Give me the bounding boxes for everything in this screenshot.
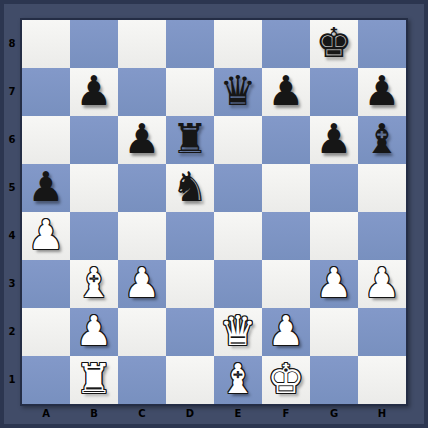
black-pawn[interactable]: ♟	[70, 68, 118, 116]
square-d4[interactable]	[166, 212, 214, 260]
file-label-e: E	[214, 406, 262, 422]
square-h8[interactable]	[358, 20, 406, 68]
square-f6[interactable]	[262, 116, 310, 164]
white-pawn[interactable]: ♟	[22, 212, 70, 260]
square-e7[interactable]: ♛	[214, 68, 262, 116]
black-queen[interactable]: ♛	[214, 68, 262, 116]
white-pawn[interactable]: ♟	[310, 260, 358, 308]
square-d8[interactable]	[166, 20, 214, 68]
black-knight[interactable]: ♞	[166, 164, 214, 212]
square-c6[interactable]: ♟	[118, 116, 166, 164]
black-pawn[interactable]: ♟	[262, 68, 310, 116]
rank-label-2: 2	[4, 308, 20, 356]
square-f3[interactable]	[262, 260, 310, 308]
chessboard-frame: 87654321 ♚♟♛♟♟♟♜♟♝♟♞♟♝♟♟♟♟♛♟♜♝♚ ABCDEFGH	[0, 0, 428, 428]
square-c5[interactable]	[118, 164, 166, 212]
square-h5[interactable]	[358, 164, 406, 212]
square-f1[interactable]: ♚	[262, 356, 310, 404]
rank-labels: 87654321	[4, 20, 20, 404]
square-b3[interactable]: ♝	[70, 260, 118, 308]
black-bishop[interactable]: ♝	[358, 116, 406, 164]
file-label-h: H	[358, 406, 406, 422]
square-h3[interactable]: ♟	[358, 260, 406, 308]
square-a8[interactable]	[22, 20, 70, 68]
square-e5[interactable]	[214, 164, 262, 212]
white-king[interactable]: ♚	[262, 356, 310, 404]
square-g8[interactable]: ♚	[310, 20, 358, 68]
square-b8[interactable]	[70, 20, 118, 68]
square-g5[interactable]	[310, 164, 358, 212]
square-f8[interactable]	[262, 20, 310, 68]
square-g3[interactable]: ♟	[310, 260, 358, 308]
square-b4[interactable]	[70, 212, 118, 260]
file-label-d: D	[166, 406, 214, 422]
square-c7[interactable]	[118, 68, 166, 116]
square-d3[interactable]	[166, 260, 214, 308]
square-c2[interactable]	[118, 308, 166, 356]
white-pawn[interactable]: ♟	[70, 308, 118, 356]
black-rook[interactable]: ♜	[166, 116, 214, 164]
file-label-g: G	[310, 406, 358, 422]
square-c8[interactable]	[118, 20, 166, 68]
black-pawn[interactable]: ♟	[118, 116, 166, 164]
rank-label-5: 5	[4, 164, 20, 212]
white-pawn[interactable]: ♟	[358, 260, 406, 308]
square-h4[interactable]	[358, 212, 406, 260]
square-e3[interactable]	[214, 260, 262, 308]
black-pawn[interactable]: ♟	[22, 164, 70, 212]
file-label-a: A	[22, 406, 70, 422]
square-b1[interactable]: ♜	[70, 356, 118, 404]
square-e4[interactable]	[214, 212, 262, 260]
square-a3[interactable]	[22, 260, 70, 308]
square-e8[interactable]	[214, 20, 262, 68]
square-h6[interactable]: ♝	[358, 116, 406, 164]
file-label-c: C	[118, 406, 166, 422]
square-h2[interactable]	[358, 308, 406, 356]
square-a1[interactable]	[22, 356, 70, 404]
square-e1[interactable]: ♝	[214, 356, 262, 404]
square-b7[interactable]: ♟	[70, 68, 118, 116]
rank-label-8: 8	[4, 20, 20, 68]
square-d5[interactable]: ♞	[166, 164, 214, 212]
square-f4[interactable]	[262, 212, 310, 260]
square-h1[interactable]	[358, 356, 406, 404]
square-a7[interactable]	[22, 68, 70, 116]
square-f2[interactable]: ♟	[262, 308, 310, 356]
file-labels: ABCDEFGH	[22, 406, 406, 422]
white-pawn[interactable]: ♟	[118, 260, 166, 308]
file-label-f: F	[262, 406, 310, 422]
square-e6[interactable]	[214, 116, 262, 164]
square-b6[interactable]	[70, 116, 118, 164]
black-pawn[interactable]: ♟	[310, 116, 358, 164]
square-c1[interactable]	[118, 356, 166, 404]
square-d2[interactable]	[166, 308, 214, 356]
square-c4[interactable]	[118, 212, 166, 260]
white-bishop[interactable]: ♝	[214, 356, 262, 404]
square-f5[interactable]	[262, 164, 310, 212]
square-g4[interactable]	[310, 212, 358, 260]
white-bishop[interactable]: ♝	[70, 260, 118, 308]
rank-label-7: 7	[4, 68, 20, 116]
rank-label-4: 4	[4, 212, 20, 260]
square-f7[interactable]: ♟	[262, 68, 310, 116]
black-king[interactable]: ♚	[310, 20, 358, 68]
square-b5[interactable]	[70, 164, 118, 212]
square-g2[interactable]	[310, 308, 358, 356]
square-e2[interactable]: ♛	[214, 308, 262, 356]
square-a2[interactable]	[22, 308, 70, 356]
rank-label-1: 1	[4, 356, 20, 404]
square-c3[interactable]: ♟	[118, 260, 166, 308]
square-a4[interactable]: ♟	[22, 212, 70, 260]
black-pawn[interactable]: ♟	[358, 68, 406, 116]
square-g1[interactable]	[310, 356, 358, 404]
square-a5[interactable]: ♟	[22, 164, 70, 212]
square-d6[interactable]: ♜	[166, 116, 214, 164]
square-d1[interactable]	[166, 356, 214, 404]
square-d7[interactable]	[166, 68, 214, 116]
file-label-b: B	[70, 406, 118, 422]
chess-board: ♚♟♛♟♟♟♜♟♝♟♞♟♝♟♟♟♟♛♟♜♝♚	[20, 18, 408, 406]
square-h7[interactable]: ♟	[358, 68, 406, 116]
square-g7[interactable]	[310, 68, 358, 116]
white-rook[interactable]: ♜	[70, 356, 118, 404]
white-pawn[interactable]: ♟	[262, 308, 310, 356]
white-queen[interactable]: ♛	[214, 308, 262, 356]
rank-label-3: 3	[4, 260, 20, 308]
square-b2[interactable]: ♟	[70, 308, 118, 356]
square-g6[interactable]: ♟	[310, 116, 358, 164]
square-a6[interactable]	[22, 116, 70, 164]
rank-label-6: 6	[4, 116, 20, 164]
